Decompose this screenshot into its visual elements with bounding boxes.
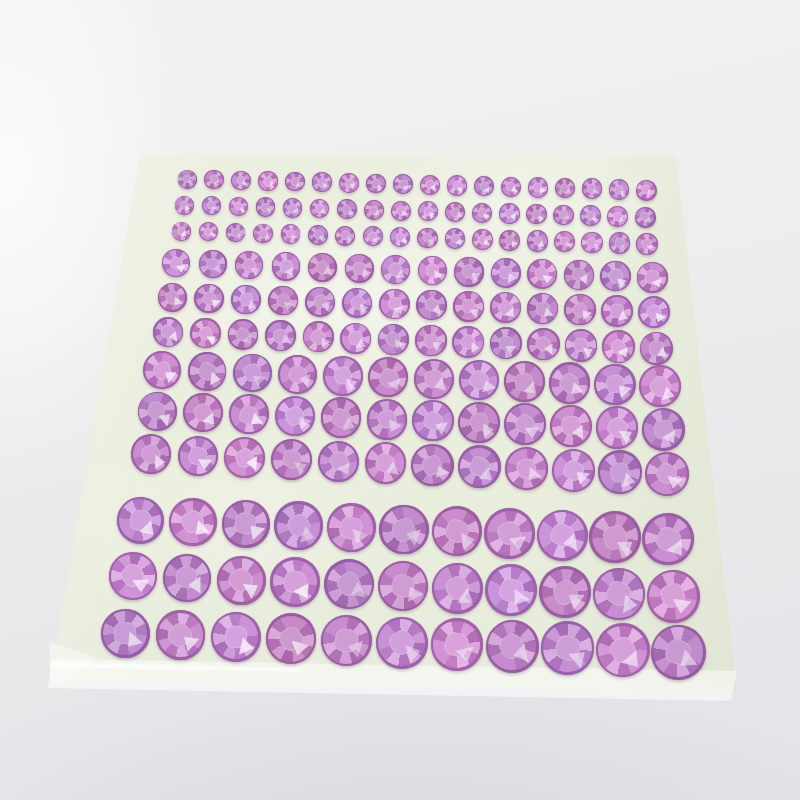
rhinestone-gem [376,617,428,669]
rhinestone-gem [505,447,548,490]
rhinestone-gem [233,354,272,393]
rhinestone-gem [490,292,521,323]
rhinestone-gem [432,563,483,614]
rhinestone-gem [256,197,275,216]
rhinestone-gem [163,554,212,603]
rhinestone-gem [367,399,408,440]
rhinestone-gem [593,568,646,621]
rhinestone-gem [565,329,598,362]
rhinestone-gem [491,258,521,288]
rhinestone-gem [340,323,371,354]
rhinestone-gem [501,177,521,197]
rhinestone-gem [366,174,386,194]
rhinestone-gem [278,355,317,394]
rhinestone-gem [153,317,183,347]
rhinestone-gem [217,556,266,605]
rhinestone-gem [484,508,535,559]
rhinestone-gem [645,452,689,496]
rhinestone-gem [637,262,668,293]
rhinestone-gem [335,226,355,246]
rhinestone-gem [188,352,226,390]
rhinestone-gem [321,397,361,437]
rhinestone-gem [580,205,601,226]
rhinestone-gem [324,559,374,609]
rhinestone-gem [312,172,332,192]
rhinestone-gem [345,254,374,283]
rhinestone-gem [379,289,409,319]
rhinestone-gem [109,552,157,600]
rhinestone-gem [453,291,484,322]
rhinestone-gem [365,442,407,484]
rhinestone-gem [285,172,304,191]
rhinestone-gem [175,196,194,215]
rhinestone-gem [602,330,635,363]
rhinestone-gem [431,618,484,671]
rhinestone-gem [552,449,595,492]
rhinestone-gem [143,351,181,389]
rhinestone-gem [231,171,250,190]
rhinestone-gem [526,204,547,225]
rhinestone-gem [642,513,694,565]
rhinestone-gem [253,224,273,244]
rhinestone-gem [138,392,177,431]
rhinestone-gem [274,501,323,550]
rhinestone-gem [283,198,302,217]
rhinestone-gem [537,510,588,561]
rhinestone-gem [204,170,223,189]
rhinestone-gem [117,497,164,544]
rhinestone-gem [486,620,539,673]
rhinestone-gem [231,285,260,314]
rhinestone-gem [131,434,171,474]
rhinestone-gem [454,257,484,287]
rhinestone-gem [162,249,190,277]
rhinestone-gem [228,319,258,349]
rhinestone-gem [416,290,447,321]
rhinestone-gem [323,356,362,395]
rhinestone-gem [504,361,545,402]
rhinestone-gem [527,230,548,251]
rhinestone-gem [490,327,522,359]
rhinestone-gem [527,328,559,360]
rhinestone-gem [412,400,453,441]
rhinestone-gem [229,197,248,216]
rhinestone-gem [553,205,574,226]
rhinestone-gem [549,362,590,403]
rhinestone-gem [598,450,642,494]
rhinestone-gem [564,260,595,291]
rhinestone-gem [635,207,656,228]
rhinestone-gem [308,253,337,282]
rhinestone-gem [305,287,335,317]
rhinestone-gem [339,173,359,193]
photo-background [0,0,800,800]
rhinestone-gem [458,445,501,488]
rhinestone-gem [607,206,628,227]
rhinestone-gem [642,408,685,451]
rhinestone-gem [327,503,376,552]
rhinestone-gem [638,296,670,328]
rhinestone-gem [528,177,549,198]
rhinestone-gem [651,625,706,680]
rhinestone-gem [275,396,315,436]
rhinestone-gem [447,175,467,195]
rhinestone-gem [224,437,265,478]
rhinestone-gem [647,570,700,623]
rhinestone-gem [378,324,409,355]
rhinestone-gem [589,511,641,563]
rhinestone-gem [172,222,191,241]
rhinestone-gem [211,612,261,662]
rhinestone-gem [321,615,372,666]
rhinestone-gem [432,506,482,556]
rhinestone-gem [596,406,639,449]
rhinestone-gem [472,229,493,250]
rhinestone-gem [541,621,595,675]
rhinestone-gem [169,498,217,546]
rhinestone-gem [156,610,206,660]
rhinestone-gem [379,505,429,555]
rhinestone-gem [485,564,537,616]
rhinestone-gem [101,609,150,658]
rhinestone-gem [609,179,630,200]
rhinestone-gem [527,259,557,289]
rhinestone-gem [581,232,603,254]
rhinestone-gem [499,203,519,223]
rhinestone-gem [414,359,454,399]
rhinestone-gem [199,250,227,278]
rhinestone-gem [600,261,631,292]
rhinestone-gem [393,174,413,194]
rhinestone-gem [183,393,222,432]
rhinestone-gem [640,332,673,365]
rhinestone-gem [636,233,658,255]
rhinestone-gem [303,321,334,352]
rhinestone-gem [452,326,484,358]
rhinestone-gem [308,225,328,245]
rhinestone-gem [639,365,681,407]
rhinestone-gem [229,394,269,434]
rhinestone-gem [504,403,546,445]
rhinestone-gem [378,561,429,612]
rhinestone-gem [258,171,277,190]
rhinestone-gem [270,557,320,607]
rhinestone-gem [178,436,218,476]
rhinestone-gem [222,500,270,548]
rhinestone-gem [158,283,187,312]
rhinestone-gem [272,252,301,281]
rhinestone-gem [550,405,592,447]
rhinestone-gem [342,288,372,318]
rhinestone-gem [539,566,591,618]
rhinestone-gem [420,175,440,195]
rhinestone-gem [391,201,411,221]
rhinestone-gem [265,320,296,351]
rhinestone-gem [636,180,657,201]
rhinestone-gem [594,364,636,406]
rhinestone-gem [596,623,650,677]
rhinestone-gem [337,199,357,219]
rhinestone-gem [178,170,197,189]
rhinestone-gem [601,295,633,327]
rhinestone-gem [318,441,359,482]
rhinestone-gem [364,200,384,220]
rhinestone-gem [271,439,312,480]
rhinestone-gem [266,613,317,664]
rhinestone-gem [202,196,221,215]
rhinestone-gem [194,284,223,313]
rhinestone-gem [415,325,447,357]
rhinestone-gem [190,318,220,348]
rhinestone-gem [411,444,453,486]
rhinestone-gem [268,286,298,316]
rhinestone-gem [564,294,596,326]
rhinestone-gem [458,402,500,444]
rhinestone-gem [417,228,438,249]
